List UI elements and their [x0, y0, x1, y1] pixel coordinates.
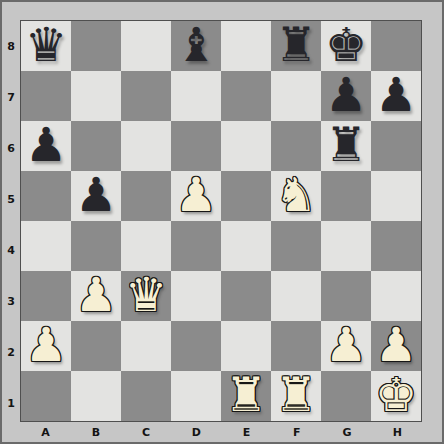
- file-label-h: H: [373, 422, 422, 442]
- chess-board-frame: 87654321 ABCDEFGH ♛♝♜♚♟♟♟♜♟♟♞♟♛♟♟♟♜♜♚: [0, 0, 444, 444]
- square-f8[interactable]: ♜: [271, 21, 321, 71]
- square-a5[interactable]: [21, 171, 71, 221]
- square-d4[interactable]: [171, 221, 221, 271]
- file-label-e: E: [222, 422, 271, 442]
- square-c4[interactable]: [121, 221, 171, 271]
- square-d3[interactable]: [171, 271, 221, 321]
- square-h5[interactable]: [371, 171, 421, 221]
- file-label-g: G: [323, 422, 372, 442]
- square-h4[interactable]: [371, 221, 421, 271]
- square-f7[interactable]: [271, 71, 321, 121]
- piece-black-rook[interactable]: ♜: [325, 120, 367, 170]
- square-e5[interactable]: [221, 171, 271, 221]
- square-g6[interactable]: ♜: [321, 121, 371, 171]
- square-c1[interactable]: [121, 371, 171, 421]
- rank-label-4: 4: [2, 225, 20, 275]
- piece-black-king[interactable]: ♚: [325, 20, 367, 70]
- square-g8[interactable]: ♚: [321, 21, 371, 71]
- square-e3[interactable]: [221, 271, 271, 321]
- square-e8[interactable]: [221, 21, 271, 71]
- square-f4[interactable]: [271, 221, 321, 271]
- rank-label-8: 8: [2, 21, 20, 71]
- square-g5[interactable]: [321, 171, 371, 221]
- piece-white-knight[interactable]: ♞: [275, 170, 317, 220]
- file-labels: ABCDEFGH: [20, 422, 422, 442]
- rank-label-1: 1: [2, 378, 20, 428]
- rank-label-3: 3: [2, 276, 20, 326]
- square-d1[interactable]: [171, 371, 221, 421]
- square-h1[interactable]: ♚: [371, 371, 421, 421]
- piece-black-rook[interactable]: ♜: [275, 20, 317, 70]
- chess-board: ♛♝♜♚♟♟♟♜♟♟♞♟♛♟♟♟♜♜♚: [20, 20, 422, 422]
- file-label-c: C: [122, 422, 171, 442]
- square-g1[interactable]: [321, 371, 371, 421]
- piece-black-bishop[interactable]: ♝: [175, 20, 217, 70]
- piece-white-pawn[interactable]: ♟: [25, 320, 67, 370]
- square-c2[interactable]: [121, 321, 171, 371]
- square-g3[interactable]: [321, 271, 371, 321]
- square-b3[interactable]: ♟: [71, 271, 121, 321]
- square-b8[interactable]: [71, 21, 121, 71]
- piece-white-pawn[interactable]: ♟: [75, 270, 117, 320]
- square-a8[interactable]: ♛: [21, 21, 71, 71]
- square-h3[interactable]: [371, 271, 421, 321]
- square-b7[interactable]: [71, 71, 121, 121]
- square-d6[interactable]: [171, 121, 221, 171]
- square-g7[interactable]: ♟: [321, 71, 371, 121]
- piece-black-pawn[interactable]: ♟: [25, 120, 67, 170]
- square-f1[interactable]: ♜: [271, 371, 321, 421]
- square-d7[interactable]: [171, 71, 221, 121]
- piece-black-pawn[interactable]: ♟: [375, 70, 417, 120]
- piece-black-pawn[interactable]: ♟: [325, 70, 367, 120]
- square-f5[interactable]: ♞: [271, 171, 321, 221]
- file-label-d: D: [172, 422, 221, 442]
- square-d8[interactable]: ♝: [171, 21, 221, 71]
- square-b4[interactable]: [71, 221, 121, 271]
- square-c7[interactable]: [121, 71, 171, 121]
- square-g2[interactable]: ♟: [321, 321, 371, 371]
- rank-label-7: 7: [2, 72, 20, 122]
- piece-black-queen[interactable]: ♛: [25, 20, 67, 70]
- file-label-a: A: [21, 422, 70, 442]
- square-h7[interactable]: ♟: [371, 71, 421, 121]
- file-label-b: B: [71, 422, 120, 442]
- square-a6[interactable]: ♟: [21, 121, 71, 171]
- square-e4[interactable]: [221, 221, 271, 271]
- square-c8[interactable]: [121, 21, 171, 71]
- square-a7[interactable]: [21, 71, 71, 121]
- rank-label-5: 5: [2, 174, 20, 224]
- square-a4[interactable]: [21, 221, 71, 271]
- file-label-f: F: [272, 422, 321, 442]
- square-e2[interactable]: [221, 321, 271, 371]
- rank-labels: 87654321: [2, 20, 20, 422]
- square-h8[interactable]: [371, 21, 421, 71]
- rank-label-2: 2: [2, 327, 20, 377]
- square-f3[interactable]: [271, 271, 321, 321]
- piece-white-pawn[interactable]: ♟: [375, 320, 417, 370]
- square-b2[interactable]: [71, 321, 121, 371]
- square-d5[interactable]: ♟: [171, 171, 221, 221]
- square-a3[interactable]: [21, 271, 71, 321]
- piece-white-rook[interactable]: ♜: [275, 370, 317, 420]
- square-c3[interactable]: ♛: [121, 271, 171, 321]
- square-e7[interactable]: [221, 71, 271, 121]
- square-a1[interactable]: [21, 371, 71, 421]
- piece-black-pawn[interactable]: ♟: [75, 170, 117, 220]
- square-e6[interactable]: [221, 121, 271, 171]
- square-e1[interactable]: ♜: [221, 371, 271, 421]
- piece-white-rook[interactable]: ♜: [225, 370, 267, 420]
- square-a2[interactable]: ♟: [21, 321, 71, 371]
- square-f2[interactable]: [271, 321, 321, 371]
- square-f6[interactable]: [271, 121, 321, 171]
- square-c6[interactable]: [121, 121, 171, 171]
- square-b6[interactable]: [71, 121, 121, 171]
- square-c5[interactable]: [121, 171, 171, 221]
- square-h2[interactable]: ♟: [371, 321, 421, 371]
- square-d2[interactable]: [171, 321, 221, 371]
- square-b1[interactable]: [71, 371, 121, 421]
- piece-white-queen[interactable]: ♛: [125, 270, 167, 320]
- piece-white-king[interactable]: ♚: [375, 370, 417, 420]
- square-g4[interactable]: [321, 221, 371, 271]
- rank-label-6: 6: [2, 123, 20, 173]
- square-h6[interactable]: [371, 121, 421, 171]
- piece-white-pawn[interactable]: ♟: [175, 170, 217, 220]
- piece-white-pawn[interactable]: ♟: [325, 320, 367, 370]
- square-b5[interactable]: ♟: [71, 171, 121, 221]
